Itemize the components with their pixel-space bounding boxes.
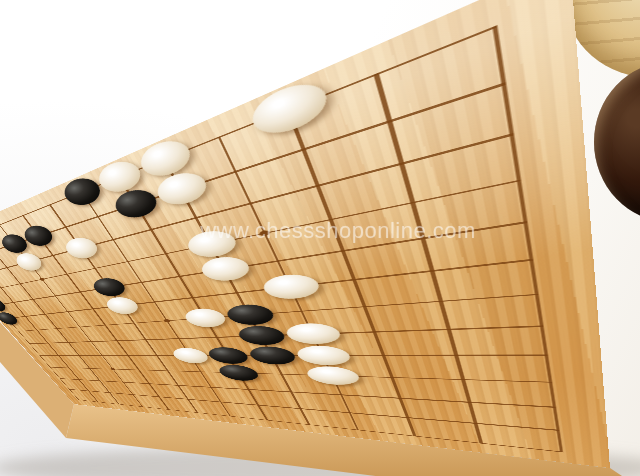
star-point <box>163 319 171 323</box>
star-point <box>110 368 116 370</box>
white-stone <box>102 295 142 315</box>
black-stone <box>245 346 298 364</box>
grid-line <box>492 25 564 453</box>
grid-line <box>286 108 416 436</box>
black-stone <box>0 297 9 312</box>
black-stone <box>89 276 130 298</box>
grid-line <box>49 367 552 383</box>
grid-line <box>59 378 556 408</box>
black-stone <box>0 311 21 325</box>
white-stone <box>61 234 102 260</box>
black-stone <box>222 303 277 326</box>
white-stone <box>259 271 324 300</box>
white-stone <box>12 251 46 273</box>
go-board-photo: www.chessshoponline.com <box>0 0 640 476</box>
black-stone <box>215 365 262 382</box>
white-stone <box>181 307 230 328</box>
watermark-text: www.chessshoponline.com <box>188 218 488 244</box>
white-stone <box>282 322 344 344</box>
white-stone <box>169 348 212 364</box>
white-stone <box>303 366 362 386</box>
white-stone <box>196 254 253 284</box>
grid-line <box>374 72 483 443</box>
black-stone <box>205 347 253 364</box>
black-stone <box>234 325 288 345</box>
white-stone <box>293 345 354 365</box>
